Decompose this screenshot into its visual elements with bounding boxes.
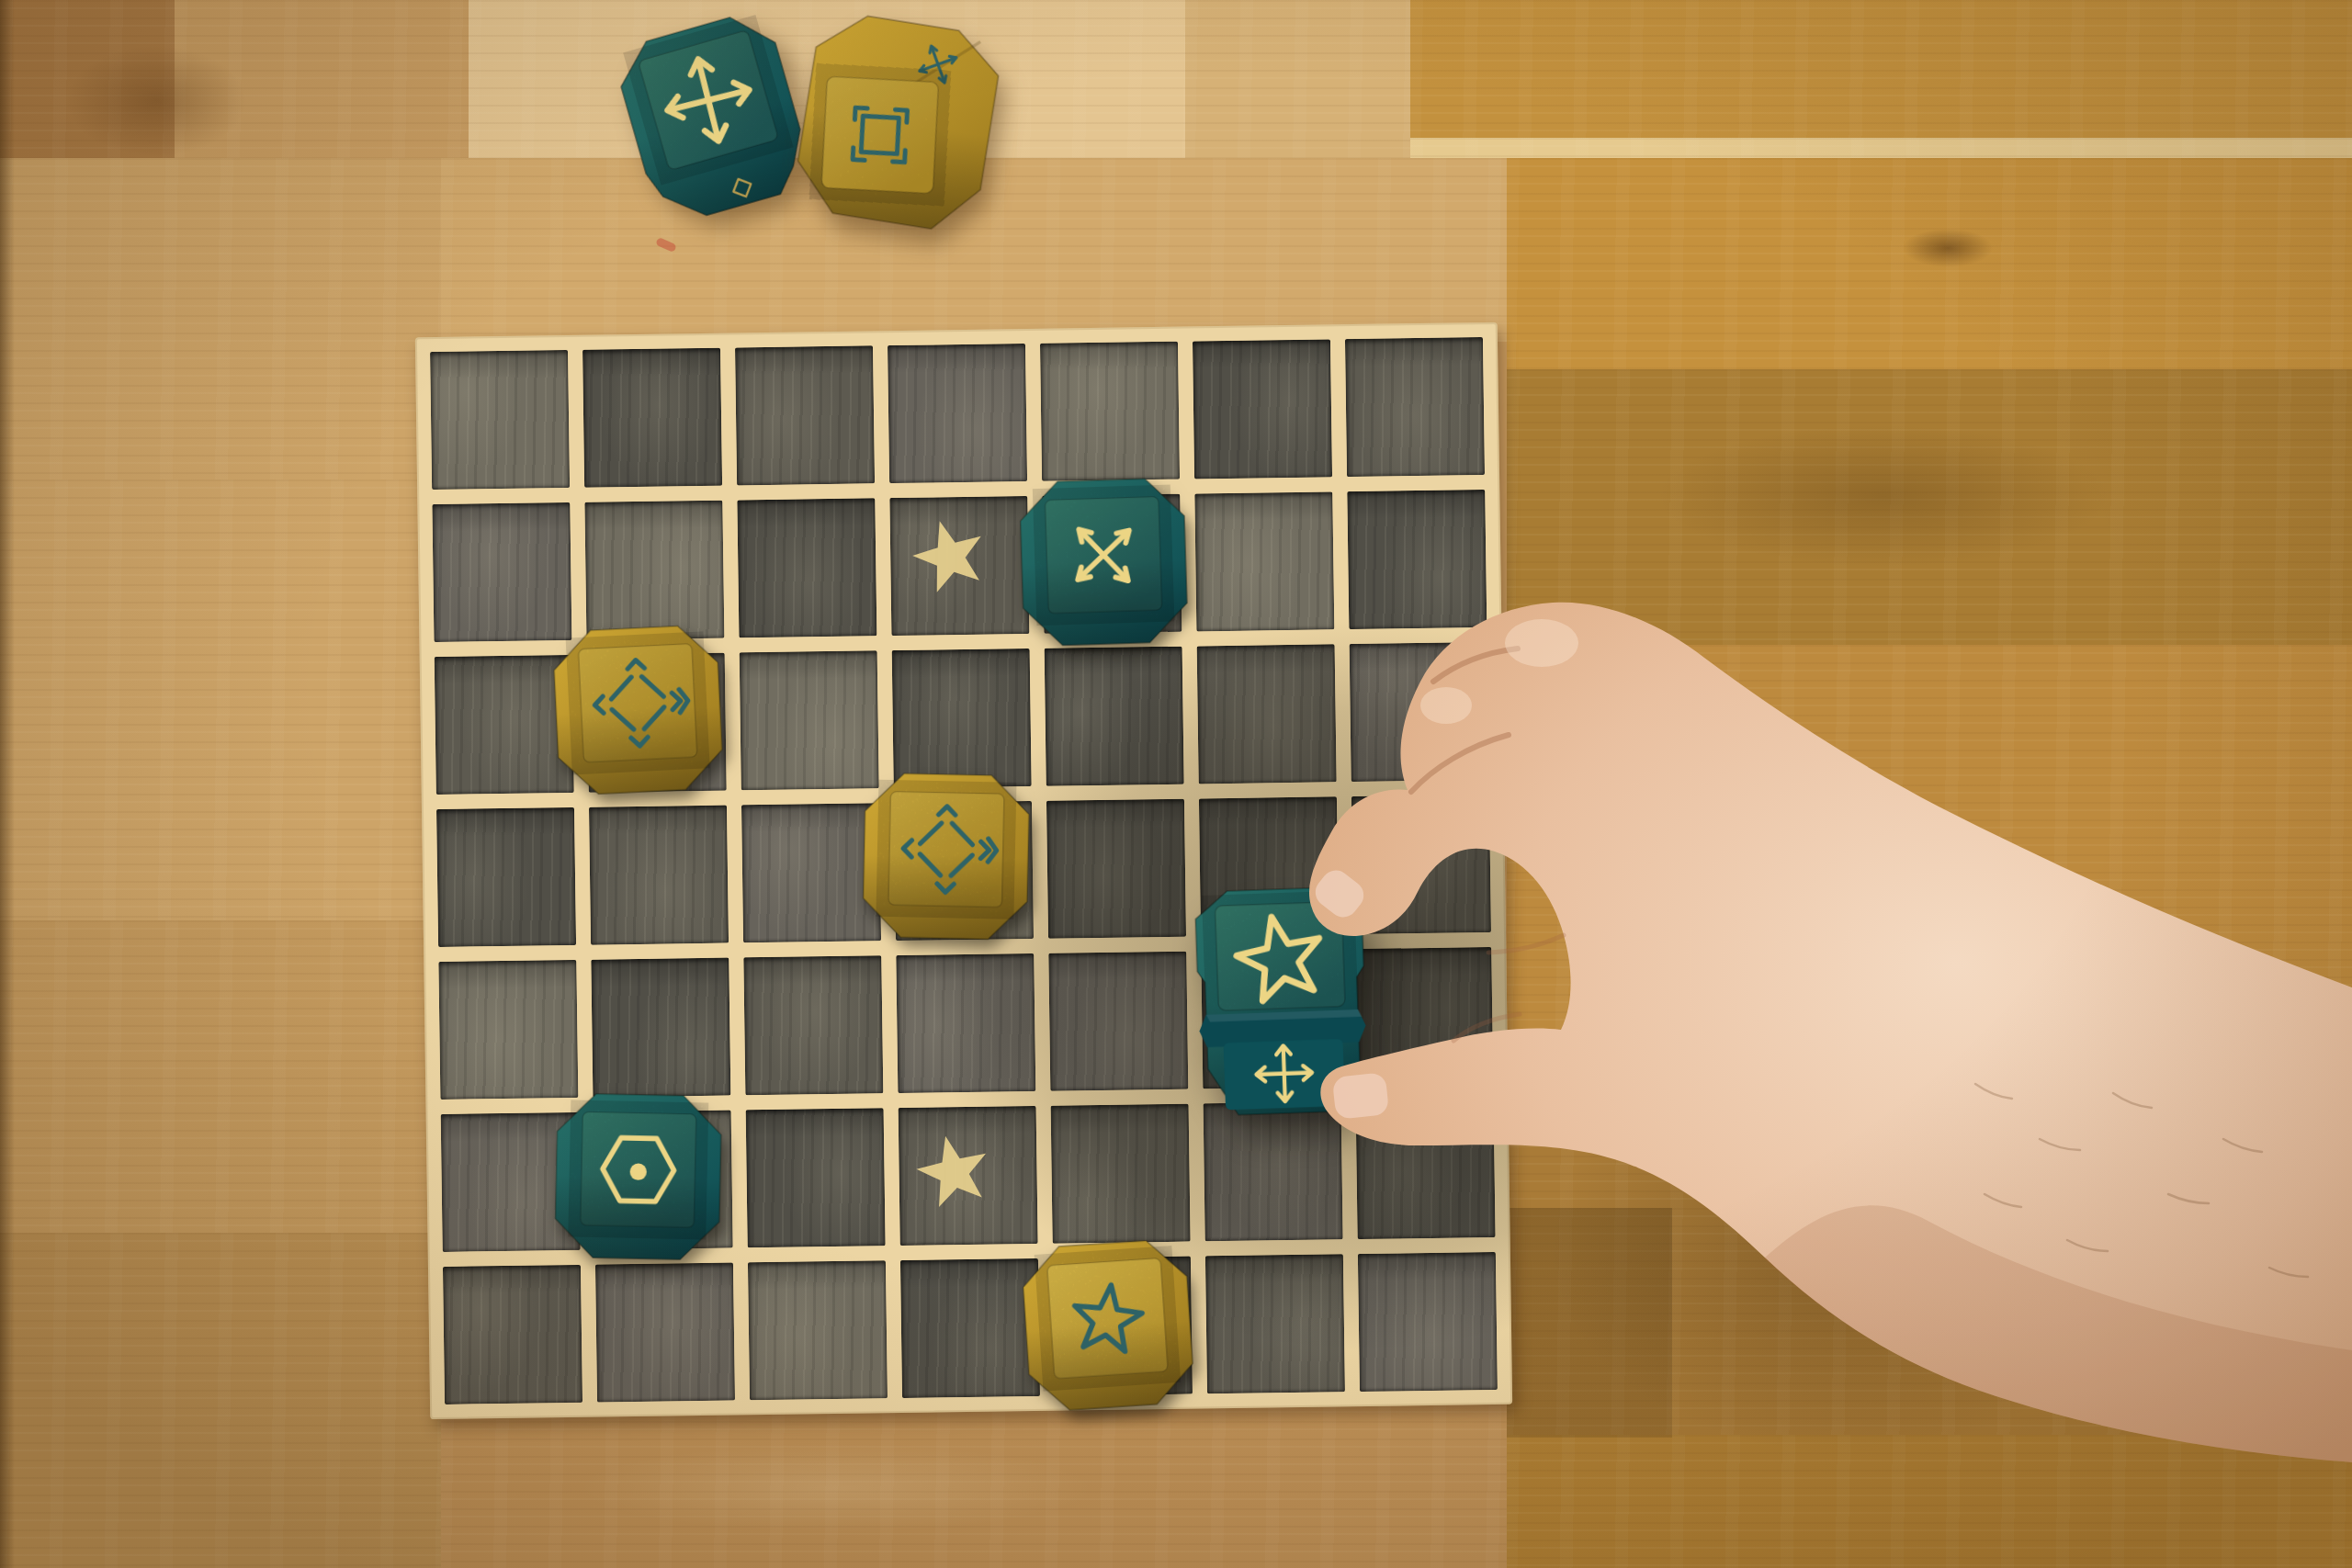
wood-plank: [0, 158, 441, 479]
wood-plank: [0, 479, 441, 920]
wood-plank: [1185, 0, 1410, 158]
knuckle-highlight: [1420, 687, 1472, 724]
wood-plank: [0, 920, 441, 1233]
wood-plank: [0, 1233, 441, 1568]
web-crease: [1488, 935, 1564, 953]
printed-star-d6: [898, 1114, 1010, 1226]
knuckle-highlight: [1505, 619, 1578, 667]
scene: [0, 0, 2352, 1568]
die-gold-diamond-arrows-d4[interactable]: [857, 767, 1035, 945]
table-edge-shadow: [0, 0, 15, 1568]
printed-star-d2: [893, 499, 1005, 611]
die-gold-star-e7[interactable]: [1015, 1233, 1201, 1418]
thumb-fingernail: [1332, 1072, 1389, 1120]
player-right-hand: [1240, 505, 2352, 1568]
die-teal-diagonal-arrows-e2[interactable]: [1013, 472, 1193, 652]
wood-plank: [0, 0, 175, 158]
die-gold-square-brackets-offboard[interactable]: [786, 5, 1010, 240]
wood-plank: [1410, 0, 2352, 138]
die-gold-diamond-arrows-b3[interactable]: [547, 618, 729, 801]
wood-plank: [175, 0, 469, 158]
wood-plank: [1507, 158, 2352, 369]
die-teal-hexagon-dot-b6[interactable]: [549, 1088, 728, 1266]
